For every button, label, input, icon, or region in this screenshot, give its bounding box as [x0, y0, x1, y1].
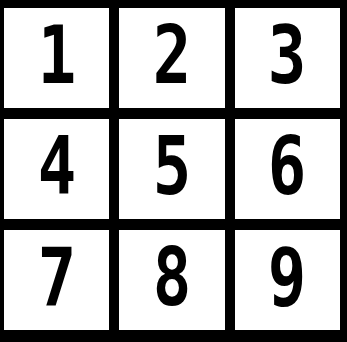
cell-r2c1[interactable]: 4 [4, 119, 109, 219]
cell-digit-2: 2 [153, 16, 192, 96]
cell-digit-4: 4 [37, 127, 76, 207]
cell-r3c3[interactable]: 9 [235, 230, 340, 330]
board: 1 2 3 4 5 6 7 8 9 [0, 0, 347, 342]
cell-r1c3[interactable]: 3 [235, 8, 340, 108]
cell-r1c2[interactable]: 2 [119, 8, 224, 108]
cell-r1c1[interactable]: 1 [4, 8, 109, 108]
cell-digit-9: 9 [268, 238, 307, 318]
cell-r3c2[interactable]: 8 [119, 230, 224, 330]
cell-digit-5: 5 [153, 127, 192, 207]
cell-digit-7: 7 [37, 238, 76, 318]
cell-digit-3: 3 [268, 16, 307, 96]
cell-digit-6: 6 [268, 127, 307, 207]
cell-digit-1: 1 [37, 16, 76, 96]
cell-r3c1[interactable]: 7 [4, 230, 109, 330]
cell-digit-8: 8 [153, 238, 192, 318]
cell-r2c3[interactable]: 6 [235, 119, 340, 219]
cell-r2c2[interactable]: 5 [119, 119, 224, 219]
